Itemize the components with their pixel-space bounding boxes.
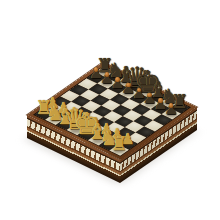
piece-black-pawn-h7: ♟ bbox=[164, 102, 177, 117]
copper-pawn-top bbox=[126, 83, 131, 88]
copper-pawn-top bbox=[147, 93, 152, 98]
copper-pawn-top bbox=[137, 88, 142, 93]
piece-white-rook-h1: ♜ bbox=[111, 134, 128, 153]
chess-set-photo: ♜♞♟♝♟♛♟♚♟♝♟♞♟♜♟♟♟♟♜♟♞♟♝♟♛♟♚♟♝♟♞♜ bbox=[0, 0, 220, 220]
copper-pawn-top bbox=[105, 72, 110, 77]
copper-pawn-top bbox=[158, 98, 163, 103]
pieces-layer: ♜♞♟♝♟♛♟♚♟♝♟♞♟♜♟♟♟♟♜♟♞♟♝♟♛♟♚♟♝♟♞♜ bbox=[0, 0, 220, 220]
copper-pawn-top bbox=[94, 67, 99, 72]
copper-pawn-top bbox=[115, 77, 120, 82]
copper-pawn-top bbox=[169, 103, 174, 108]
